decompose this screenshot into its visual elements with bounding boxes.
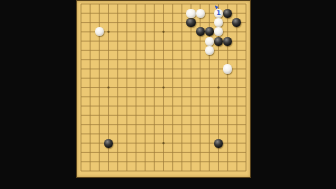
black-stone [214,37,223,46]
black-stone [186,18,195,27]
go-board[interactable]: 1 [77,1,250,177]
board-grid [77,1,250,177]
white-stone [223,64,232,73]
star-point [217,86,219,88]
black-stone [223,37,232,46]
white-stone [186,9,195,18]
playback-bar [0,178,336,189]
white-stone [205,46,214,55]
black-stone [223,9,232,18]
white-stone [196,9,205,18]
star-point [162,31,164,33]
white-stone [205,37,214,46]
app-screen: 1 [0,0,336,189]
star-point [162,142,164,144]
black-stone [104,139,113,148]
black-stone [214,139,223,148]
move-number-label: 1 [214,9,223,18]
star-point [162,86,164,88]
star-point [107,31,109,33]
star-point [107,86,109,88]
